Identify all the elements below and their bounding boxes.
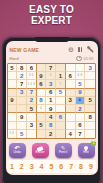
- cell-r4c3[interactable]: 7: [27, 89, 37, 97]
- cell-r5c7[interactable]: 3: [66, 97, 76, 105]
- cell-r4c8[interactable]: 9: [76, 89, 86, 97]
- banner-text: EASY TO EXPERT: [0, 5, 103, 27]
- cell-r6c8[interactable]: 2: [76, 105, 86, 113]
- phone-frame: NEW GAME ⚙ Hard 01:39 5867323 495164: [2, 37, 101, 183]
- cell-r7c5[interactable]: 4: [46, 113, 56, 121]
- cell-r3c8[interactable]: 5: [76, 80, 86, 88]
- eraser-button[interactable]: Eraser: [32, 143, 49, 158]
- cell-r2c5[interactable]: 5: [46, 72, 56, 80]
- cell-r4c1[interactable]: [8, 89, 18, 97]
- clock-icon: [76, 56, 82, 62]
- pencil-button[interactable]: ✎ Pencil: [55, 143, 72, 158]
- numpad-key-2[interactable]: 2: [20, 163, 24, 170]
- cell-r9c8[interactable]: 7: [76, 130, 86, 138]
- cell-r2c6[interactable]: 1: [56, 72, 66, 80]
- cell-r1c6[interactable]: [56, 64, 66, 72]
- numpad-key-7[interactable]: 7: [69, 163, 73, 170]
- cell-r7c4[interactable]: [37, 113, 47, 121]
- cell-r3c9[interactable]: [85, 80, 95, 88]
- cell-r6c9[interactable]: [85, 105, 95, 113]
- app-header: NEW GAME ⚙: [10, 46, 94, 54]
- cell-r6c5[interactable]: 9: [46, 105, 56, 113]
- numpad-key-4[interactable]: 4: [40, 163, 44, 170]
- cell-r8c5[interactable]: 8: [46, 122, 56, 130]
- cell-r3c4[interactable]: 6: [37, 80, 47, 88]
- cell-r6c7[interactable]: [66, 105, 76, 113]
- cell-r3c3[interactable]: 1 4 9: [27, 80, 37, 88]
- cell-r9c7[interactable]: 4: [66, 130, 76, 138]
- pencil-label: Pencil: [59, 151, 67, 154]
- banner-line2: EXPERT: [0, 16, 103, 27]
- cell-r7c8[interactable]: [76, 113, 86, 121]
- cell-r6c2[interactable]: [17, 105, 27, 113]
- cell-r6c3[interactable]: 5: [27, 105, 37, 113]
- cell-r5c4[interactable]: 8: [37, 97, 47, 105]
- cell-r5c6[interactable]: [56, 97, 66, 105]
- cell-r1c5[interactable]: 7: [46, 64, 56, 72]
- numpad-key-6[interactable]: 6: [59, 163, 63, 170]
- cell-r6c6[interactable]: [56, 105, 66, 113]
- numpad-key-5[interactable]: 5: [49, 163, 53, 170]
- cell-r4c5[interactable]: 6: [46, 89, 56, 97]
- cell-r7c3[interactable]: [27, 113, 37, 121]
- status-row: Hard 01:39: [10, 56, 94, 62]
- cell-r7c9[interactable]: 8: [85, 113, 95, 121]
- cell-r7c6[interactable]: 6: [56, 113, 66, 121]
- cell-r1c4[interactable]: [37, 64, 47, 72]
- cell-r9c6[interactable]: [56, 130, 66, 138]
- cell-r5c3[interactable]: 2: [27, 97, 37, 105]
- cell-r6c1[interactable]: [8, 105, 18, 113]
- cell-r5c1[interactable]: 9: [8, 97, 18, 105]
- cell-r9c4[interactable]: [37, 130, 47, 138]
- ad-screenshot: EASY TO EXPERT NEW GAME ⚙ Hard: [0, 0, 103, 183]
- cell-r9c1[interactable]: 1 6: [8, 130, 18, 138]
- cell-r2c7[interactable]: 6: [66, 72, 76, 80]
- cell-r2c9[interactable]: [85, 72, 95, 80]
- cell-r5c8[interactable]: 4: [76, 97, 86, 105]
- cell-r1c2[interactable]: 8: [17, 64, 27, 72]
- phone-notch: [35, 37, 69, 42]
- cell-r7c1[interactable]: [8, 113, 18, 121]
- cell-r7c2[interactable]: 9: [17, 113, 27, 121]
- number-pad: 123456789: [7, 160, 96, 173]
- cell-r2c2[interactable]: 2: [17, 72, 27, 80]
- cell-r4c4[interactable]: [37, 89, 47, 97]
- cell-r1c3[interactable]: 6: [27, 64, 37, 72]
- cell-r3c2[interactable]: 7: [17, 80, 27, 88]
- hint-label: Hint: [83, 151, 88, 154]
- cell-r8c1[interactable]: [8, 122, 18, 130]
- cell-r2c3[interactable]: 3 4: [27, 72, 37, 80]
- cell-r1c8[interactable]: [76, 64, 86, 72]
- cell-r8c2[interactable]: [17, 122, 27, 130]
- cell-r2c8[interactable]: 4 8: [76, 72, 86, 80]
- cell-r8c9[interactable]: [85, 122, 95, 130]
- pause-icon[interactable]: [78, 47, 82, 52]
- undo-button[interactable]: ↶ Undo: [9, 143, 26, 158]
- cell-r3c1[interactable]: [8, 80, 18, 88]
- cell-r5c5[interactable]: 1: [46, 97, 56, 105]
- cell-r8c8[interactable]: 6: [76, 122, 86, 130]
- cell-r8c6[interactable]: [56, 122, 66, 130]
- cell-r8c7[interactable]: [66, 122, 76, 130]
- page-title: NEW GAME: [10, 47, 40, 53]
- cell-r5c9[interactable]: 5: [85, 97, 95, 105]
- cell-r8c3[interactable]: 3: [27, 122, 37, 130]
- numpad-key-3[interactable]: 3: [30, 163, 34, 170]
- cell-r5c2[interactable]: [17, 97, 27, 105]
- cell-r1c9[interactable]: 3: [85, 64, 95, 72]
- hint-count-badge: 1: [91, 141, 96, 146]
- timer-value: 01:39: [83, 56, 93, 61]
- difficulty-label: Hard: [10, 56, 19, 61]
- wrench-icon[interactable]: [87, 46, 94, 53]
- cell-r8c4[interactable]: 5: [37, 122, 47, 130]
- sudoku-board: 5867323 495164 871 4 9632537659928134554…: [7, 63, 97, 139]
- cell-r4c2[interactable]: 3: [17, 89, 27, 97]
- numpad-key-8[interactable]: 8: [79, 163, 83, 170]
- cell-r9c3[interactable]: [27, 130, 37, 138]
- cell-r3c5[interactable]: 3: [46, 80, 56, 88]
- toolbar: ↶ Undo Eraser ✎ Pencil Hint 1: [9, 142, 95, 158]
- cell-r4c7[interactable]: [66, 89, 76, 97]
- cell-r9c9[interactable]: [85, 130, 95, 138]
- settings-gear-icon[interactable]: ⚙: [68, 47, 74, 53]
- cell-r9c5[interactable]: 2: [46, 130, 56, 138]
- numpad-key-1[interactable]: 1: [10, 163, 14, 170]
- cell-r2c1[interactable]: [8, 72, 18, 80]
- cell-r4c6[interactable]: 5: [56, 89, 66, 97]
- cell-r7c7[interactable]: [66, 113, 76, 121]
- header-icons: ⚙: [68, 46, 93, 53]
- cell-r9c2[interactable]: 5: [17, 130, 27, 138]
- numpad-key-9[interactable]: 9: [89, 163, 93, 170]
- cell-r1c1[interactable]: 5: [8, 64, 18, 72]
- cell-r3c7[interactable]: [66, 80, 76, 88]
- cell-r1c7[interactable]: [66, 64, 76, 72]
- timer: 01:39: [76, 56, 93, 62]
- cell-r2c4[interactable]: 9: [37, 72, 47, 80]
- app-screen: NEW GAME ⚙ Hard 01:39 5867323 495164: [6, 41, 98, 175]
- cell-r6c4[interactable]: 4: [37, 105, 47, 113]
- hint-button[interactable]: Hint 1: [78, 143, 95, 158]
- undo-label: Undo: [13, 151, 20, 154]
- cell-r4c9[interactable]: [85, 89, 95, 97]
- cell-r3c6[interactable]: 2: [56, 80, 66, 88]
